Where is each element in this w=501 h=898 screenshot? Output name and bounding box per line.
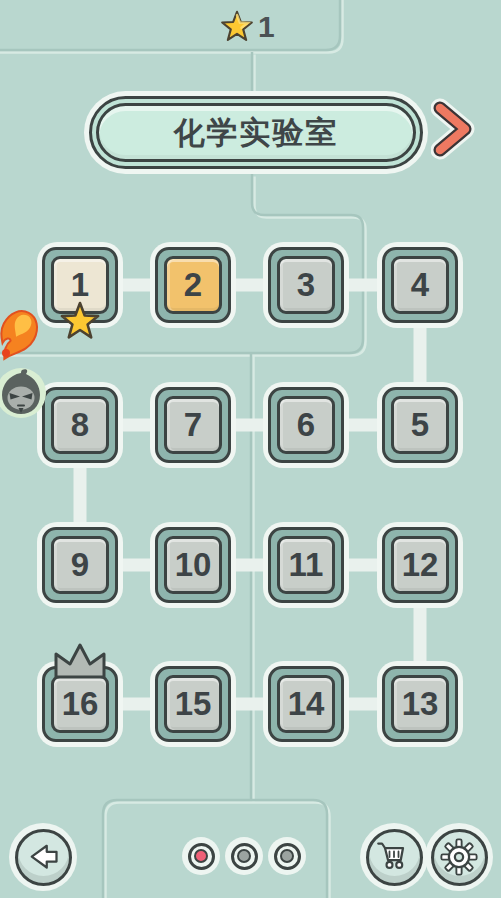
next-world-button[interactable] bbox=[431, 98, 475, 160]
level-number: 8 bbox=[71, 406, 89, 444]
star-count-value: 1 bbox=[258, 10, 275, 44]
tile-face: 2 bbox=[164, 256, 222, 314]
tile-face: 16 bbox=[51, 675, 109, 733]
level-number: 11 bbox=[289, 546, 324, 584]
level-tile-14[interactable]: 14 bbox=[263, 661, 349, 747]
level-number: 12 bbox=[402, 546, 439, 584]
level-number: 13 bbox=[402, 685, 439, 723]
back-button-face bbox=[15, 829, 72, 886]
ember-dot bbox=[2, 349, 10, 357]
settings-button-face bbox=[431, 829, 488, 886]
level-tile-8[interactable]: 8 bbox=[37, 382, 123, 468]
level-tile-7[interactable]: 7 bbox=[150, 382, 236, 468]
world-title: 化学实验室 bbox=[174, 112, 339, 154]
tile-face: 13 bbox=[391, 675, 449, 733]
dot-ring bbox=[188, 843, 215, 870]
level-tile-3[interactable]: 3 bbox=[263, 242, 349, 328]
banner-inner: 化学实验室 bbox=[96, 103, 416, 162]
tile-face: 15 bbox=[164, 675, 222, 733]
shop-button[interactable] bbox=[360, 823, 428, 891]
crown-icon bbox=[50, 641, 110, 679]
dot-ring bbox=[231, 843, 258, 870]
level-number: 2 bbox=[184, 266, 202, 304]
tile-face: 10 bbox=[164, 536, 222, 594]
level-tile-13[interactable]: 13 bbox=[377, 661, 463, 747]
level-number: 3 bbox=[297, 266, 315, 304]
shop-button-face bbox=[366, 829, 423, 886]
star-counter: 1 bbox=[0, 8, 501, 48]
tile-face: 6 bbox=[277, 396, 335, 454]
tile-face: 8 bbox=[51, 396, 109, 454]
cart-icon bbox=[373, 836, 415, 878]
tile-face: 11 bbox=[277, 536, 335, 594]
level-tile-9[interactable]: 9 bbox=[37, 522, 123, 608]
chevron-right-icon bbox=[431, 98, 475, 160]
tile-face: 5 bbox=[391, 396, 449, 454]
back-button[interactable] bbox=[9, 823, 77, 891]
dot-core bbox=[280, 849, 294, 863]
tile-face: 3 bbox=[277, 256, 335, 314]
level-tile-2[interactable]: 2 bbox=[150, 242, 236, 328]
tile-face: 14 bbox=[277, 675, 335, 733]
dot-ring bbox=[274, 843, 301, 870]
page-dot-1[interactable] bbox=[182, 837, 220, 875]
level-tile-15[interactable]: 15 bbox=[150, 661, 236, 747]
world-banner-button[interactable]: 化学实验室 bbox=[84, 91, 428, 174]
level-tile-12[interactable]: 12 bbox=[377, 522, 463, 608]
level-select-screen: 1 化学实验室 12345678910111213141516 bbox=[0, 0, 501, 898]
level-tile-11[interactable]: 11 bbox=[263, 522, 349, 608]
level-number: 7 bbox=[184, 406, 202, 444]
star-icon bbox=[219, 9, 255, 44]
level-tile-6[interactable]: 6 bbox=[263, 382, 349, 468]
level-number: 15 bbox=[175, 685, 212, 723]
earned-star-icon bbox=[58, 300, 102, 342]
level-number: 4 bbox=[411, 266, 429, 304]
level-number: 5 bbox=[411, 406, 429, 444]
tile-face: 4 bbox=[391, 256, 449, 314]
tile-face: 7 bbox=[164, 396, 222, 454]
back-arrow-icon bbox=[22, 836, 64, 878]
level-number: 10 bbox=[175, 546, 212, 584]
level-tile-10[interactable]: 10 bbox=[150, 522, 236, 608]
level-number: 16 bbox=[62, 685, 99, 723]
level-tile-16[interactable]: 16 bbox=[37, 661, 123, 747]
dot-core bbox=[194, 849, 208, 863]
settings-button[interactable] bbox=[425, 823, 493, 891]
dot-core bbox=[237, 849, 251, 863]
tile-face: 9 bbox=[51, 536, 109, 594]
gear-icon bbox=[438, 836, 480, 878]
reaper-avatar-icon bbox=[0, 367, 47, 419]
page-dot-2[interactable] bbox=[225, 837, 263, 875]
page-dot-3[interactable] bbox=[268, 837, 306, 875]
level-number: 6 bbox=[297, 406, 315, 444]
level-number: 9 bbox=[71, 546, 89, 584]
level-tile-1[interactable]: 1 bbox=[37, 242, 123, 328]
tile-face: 12 bbox=[391, 536, 449, 594]
level-number: 1 bbox=[71, 266, 89, 304]
page-dots bbox=[182, 837, 306, 875]
level-number: 14 bbox=[288, 685, 325, 723]
level-tile-5[interactable]: 5 bbox=[377, 382, 463, 468]
level-tile-4[interactable]: 4 bbox=[377, 242, 463, 328]
